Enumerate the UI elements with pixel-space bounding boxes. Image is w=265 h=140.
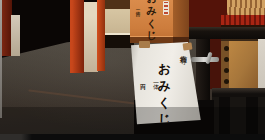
dispenser-title-text: おみくじ bbox=[146, 0, 156, 37]
bench-top bbox=[212, 88, 265, 97]
box-stud bbox=[224, 79, 229, 84]
wooden-offering-box bbox=[221, 32, 258, 90]
wall-panel-far-left bbox=[11, 15, 20, 56]
omikuji-dispenser-box: おみくじ 一体 百円 bbox=[130, 0, 189, 43]
left-edge-highlight bbox=[0, 0, 2, 118]
shrine-photo: おみくじ 一体 百円 布袋尊 おみくじ 一体 百円 bbox=[0, 0, 265, 140]
bottom-dark-overlay bbox=[0, 107, 265, 136]
black-table-top bbox=[183, 27, 265, 39]
wooden-clip-right bbox=[183, 42, 193, 50]
wooden-clip-left bbox=[139, 41, 150, 48]
box-stud bbox=[224, 57, 229, 62]
bottom-black-bar bbox=[0, 134, 265, 140]
dispenser-red-label-tag bbox=[163, 1, 169, 15]
dispenser-price-text: 一体 百円 bbox=[135, 7, 140, 8]
vermilion-pillar-inner bbox=[97, 0, 105, 71]
label-red-characters bbox=[164, 2, 168, 14]
box-stud bbox=[224, 68, 229, 73]
sunlit-wall-panel bbox=[84, 2, 98, 72]
dispenser-bottom-rim bbox=[130, 36, 173, 43]
vermilion-pillar-mid bbox=[70, 0, 84, 73]
box-stud bbox=[224, 46, 229, 51]
